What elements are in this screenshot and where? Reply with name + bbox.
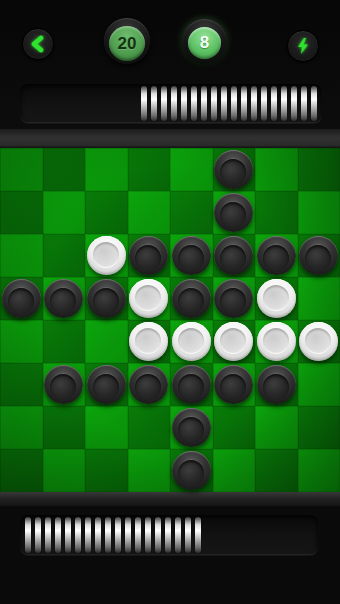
board-cell-g5[interactable] — [255, 320, 298, 363]
bottom-disc-tray — [20, 515, 318, 555]
disc-edge — [195, 517, 201, 553]
black-disc — [172, 279, 211, 318]
board-cell-a2[interactable] — [0, 191, 43, 234]
board-cell-f5[interactable] — [213, 320, 256, 363]
black-disc — [214, 365, 253, 404]
black-disc — [257, 365, 296, 404]
board-cell-c8[interactable] — [85, 449, 128, 492]
board-cell-b3[interactable] — [43, 234, 86, 277]
disc-edge — [251, 86, 257, 121]
board-cell-f6[interactable] — [213, 363, 256, 406]
disc-edge — [55, 517, 61, 553]
disc-edge — [45, 517, 51, 553]
black-disc — [214, 236, 253, 275]
board-cell-d5[interactable] — [128, 320, 171, 363]
board-cell-h3[interactable] — [298, 234, 340, 277]
board-cell-a4[interactable] — [0, 277, 43, 320]
board-cell-c1[interactable] — [85, 148, 128, 191]
white-disc — [299, 322, 338, 361]
lightning-icon — [294, 37, 312, 55]
board-cell-g3[interactable] — [255, 234, 298, 277]
board-cell-a8[interactable] — [0, 449, 43, 492]
black-disc — [172, 451, 211, 490]
board-bezel-bottom — [0, 492, 340, 506]
disc-edge — [85, 517, 91, 553]
disc-edge — [175, 517, 181, 553]
board-cell-d6[interactable] — [128, 363, 171, 406]
board-cell-e8[interactable] — [170, 449, 213, 492]
board-cell-c2[interactable] — [85, 191, 128, 234]
black-disc — [214, 279, 253, 318]
disc-edge — [155, 517, 161, 553]
board-cell-b6[interactable] — [43, 363, 86, 406]
disc-edge — [311, 86, 317, 121]
board-cell-f3[interactable] — [213, 234, 256, 277]
board — [0, 148, 340, 492]
disc-edge — [241, 86, 247, 121]
board-cell-f1[interactable] — [213, 148, 256, 191]
board-cell-h8[interactable] — [298, 449, 340, 492]
black-disc — [172, 365, 211, 404]
board-cell-h7[interactable] — [298, 406, 340, 449]
top-disc-tray — [20, 84, 322, 123]
board-cell-e4[interactable] — [170, 277, 213, 320]
black-score-value: 20 — [109, 26, 145, 61]
board-cell-g2[interactable] — [255, 191, 298, 234]
board-cell-g6[interactable] — [255, 363, 298, 406]
disc-edge — [261, 86, 267, 121]
board-cell-b4[interactable] — [43, 277, 86, 320]
board-cell-b1[interactable] — [43, 148, 86, 191]
board-cell-h2[interactable] — [298, 191, 340, 234]
board-cell-a3[interactable] — [0, 234, 43, 277]
disc-edge — [165, 517, 171, 553]
board-cell-c5[interactable] — [85, 320, 128, 363]
back-button[interactable] — [22, 28, 54, 60]
board-cell-e7[interactable] — [170, 406, 213, 449]
board-cell-d2[interactable] — [128, 191, 171, 234]
white-disc — [172, 322, 211, 361]
board-cell-b2[interactable] — [43, 191, 86, 234]
disc-edge — [125, 517, 131, 553]
black-disc — [214, 150, 253, 189]
board-cell-d8[interactable] — [128, 449, 171, 492]
disc-edge — [151, 86, 157, 121]
board-cell-g1[interactable] — [255, 148, 298, 191]
white-disc — [214, 322, 253, 361]
board-cell-e2[interactable] — [170, 191, 213, 234]
board-bezel-top — [0, 129, 340, 148]
board-cell-f8[interactable] — [213, 449, 256, 492]
board-cell-e3[interactable] — [170, 234, 213, 277]
board-cell-c3[interactable] — [85, 234, 128, 277]
board-cell-b7[interactable] — [43, 406, 86, 449]
disc-edge — [221, 86, 227, 121]
disc-edge — [185, 517, 191, 553]
board-cell-f4[interactable] — [213, 277, 256, 320]
black-disc — [44, 279, 83, 318]
chevron-left-icon — [29, 35, 47, 53]
black-disc — [129, 236, 168, 275]
board-cell-a1[interactable] — [0, 148, 43, 191]
white-disc — [87, 236, 126, 275]
white-disc — [129, 279, 168, 318]
board-cell-c7[interactable] — [85, 406, 128, 449]
board-cell-d1[interactable] — [128, 148, 171, 191]
disc-edge — [141, 86, 147, 121]
board-cell-e1[interactable] — [170, 148, 213, 191]
black-disc — [87, 279, 126, 318]
disc-edge — [95, 517, 101, 553]
disc-edge — [201, 86, 207, 121]
black-disc — [172, 408, 211, 447]
disc-edge — [301, 86, 307, 121]
bottom-tray-stripes — [23, 517, 203, 553]
board-cell-b5[interactable] — [43, 320, 86, 363]
white-score-value: 8 — [188, 27, 221, 59]
disc-edge — [271, 86, 277, 121]
board-cell-g7[interactable] — [255, 406, 298, 449]
board-cell-d7[interactable] — [128, 406, 171, 449]
black-disc — [214, 193, 253, 232]
disc-edge — [135, 517, 141, 553]
white-disc — [129, 322, 168, 361]
board-cell-c4[interactable] — [85, 277, 128, 320]
board-cell-h6[interactable] — [298, 363, 340, 406]
disc-edge — [171, 86, 177, 121]
disc-edge — [211, 86, 217, 121]
board-cell-e6[interactable] — [170, 363, 213, 406]
black-disc — [299, 236, 338, 275]
top-tray-stripes — [139, 86, 319, 121]
board-cell-d3[interactable] — [128, 234, 171, 277]
board-cell-a5[interactable] — [0, 320, 43, 363]
disc-edge — [25, 517, 31, 553]
white-score-chip: 8 — [183, 19, 226, 62]
disc-edge — [105, 517, 111, 553]
disc-edge — [161, 86, 167, 121]
board-cell-d4[interactable] — [128, 277, 171, 320]
black-disc — [87, 365, 126, 404]
board-cell-h5[interactable] — [298, 320, 340, 363]
disc-edge — [65, 517, 71, 553]
white-disc — [257, 322, 296, 361]
board-cell-a7[interactable] — [0, 406, 43, 449]
disc-edge — [115, 517, 121, 553]
white-disc — [257, 279, 296, 318]
disc-edge — [181, 86, 187, 121]
black-disc — [172, 236, 211, 275]
black-disc — [44, 365, 83, 404]
app-frame: 20 8 — [0, 0, 340, 604]
board-cell-g4[interactable] — [255, 277, 298, 320]
board-cell-c6[interactable] — [85, 363, 128, 406]
disc-edge — [75, 517, 81, 553]
disc-edge — [281, 86, 287, 121]
board-cell-h1[interactable] — [298, 148, 340, 191]
board-cell-f7[interactable] — [213, 406, 256, 449]
disc-edge — [191, 86, 197, 121]
board-cell-g8[interactable] — [255, 449, 298, 492]
board-cell-h4[interactable] — [298, 277, 340, 320]
black-disc — [257, 236, 296, 275]
black-score-chip: 20 — [104, 18, 150, 64]
board-cell-a6[interactable] — [0, 363, 43, 406]
board-cell-e5[interactable] — [170, 320, 213, 363]
disc-edge — [35, 517, 41, 553]
board-cell-b8[interactable] — [43, 449, 86, 492]
board-cell-f2[interactable] — [213, 191, 256, 234]
disc-edge — [291, 86, 297, 121]
hint-button[interactable] — [287, 30, 319, 62]
black-disc — [2, 279, 41, 318]
black-disc — [129, 365, 168, 404]
disc-edge — [231, 86, 237, 121]
disc-edge — [145, 517, 151, 553]
